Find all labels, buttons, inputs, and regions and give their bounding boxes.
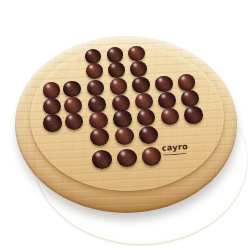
marble-r3c5[interactable] <box>132 77 149 93</box>
marble-r6c4[interactable] <box>115 127 134 145</box>
marble-r4c6[interactable] <box>158 92 176 109</box>
marble-r7c3[interactable] <box>92 150 112 169</box>
marble-r3c7[interactable] <box>178 74 195 90</box>
marble-r2c5[interactable] <box>130 61 147 77</box>
marble-r3c4[interactable] <box>110 78 127 94</box>
marble-r1c3[interactable] <box>85 49 101 65</box>
marble-r4c5[interactable] <box>135 93 153 110</box>
brand-logo-text: cayro <box>162 143 188 152</box>
brand-logo: cayro <box>162 143 189 156</box>
product-photo-stage: cayro <box>0 0 250 250</box>
marble-r4c3[interactable] <box>88 96 106 113</box>
marble-r5c4[interactable] <box>113 110 132 127</box>
marble-r5c6[interactable] <box>161 108 180 125</box>
marble-r6c5[interactable] <box>139 126 158 144</box>
marble-r1c5[interactable] <box>128 46 144 62</box>
marble-r7c4[interactable] <box>117 149 137 168</box>
marble-r2c3[interactable] <box>86 63 103 79</box>
marble-r1c4[interactable] <box>107 47 123 63</box>
marble-r3c6[interactable] <box>155 76 172 92</box>
marble-r5c3[interactable] <box>89 112 108 129</box>
marble-r3c1[interactable] <box>43 82 60 98</box>
marble-r2c4[interactable] <box>108 62 125 78</box>
marble-r4c4[interactable] <box>112 95 130 112</box>
marble-r5c1[interactable] <box>43 114 62 131</box>
marble-r5c7[interactable] <box>184 106 203 123</box>
